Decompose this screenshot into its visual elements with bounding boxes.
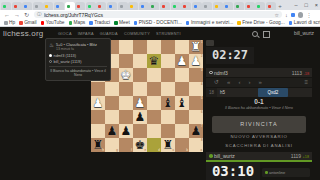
window-controls: – □ × bbox=[294, 0, 318, 9]
piece-white-pawn[interactable]: ♟ bbox=[175, 54, 189, 68]
square-h6[interactable] bbox=[91, 110, 105, 124]
coord-file-f: f bbox=[131, 149, 132, 152]
coord-rank-8: 8 bbox=[201, 139, 203, 142]
first-move-icon[interactable]: « bbox=[227, 78, 230, 87]
square-f1[interactable] bbox=[119, 40, 133, 54]
move-number: 18 bbox=[206, 88, 217, 97]
square-g7[interactable]: ♟ bbox=[105, 124, 119, 138]
tab-favicon bbox=[88, 5, 91, 8]
site-info-icon[interactable]: ⓘ bbox=[37, 12, 42, 17]
white-move[interactable]: h5 bbox=[220, 88, 225, 97]
game-type-label: 5+0 • Classificata • Blitz bbox=[56, 42, 97, 47]
url-bar[interactable]: ⓘ lichess.org/JuhrT7RqYGcs ☆ bbox=[34, 11, 282, 18]
square-a8[interactable]: a8 bbox=[189, 138, 203, 152]
browser-tab[interactable] bbox=[223, 2, 233, 10]
bookmarks-bar: HpGmailYouTubeMapsTraduciMeetPNSD - DOCE… bbox=[0, 20, 320, 28]
square-a6[interactable]: 6 bbox=[189, 110, 203, 124]
tab-favicon bbox=[35, 5, 38, 8]
browser-tab[interactable] bbox=[1, 2, 11, 10]
square-g8[interactable]: g bbox=[105, 138, 119, 152]
bookmark-item[interactable]: PNSD - DOCENTI... bbox=[134, 20, 182, 25]
tab-favicon bbox=[247, 5, 250, 8]
bookmark-label: Traduci bbox=[94, 20, 110, 25]
prev-move-icon[interactable]: ‹ bbox=[238, 78, 240, 87]
square-a7[interactable]: ♟7 bbox=[189, 124, 203, 138]
square-a3[interactable]: 3 bbox=[189, 68, 203, 82]
tab-favicon bbox=[173, 5, 176, 8]
square-c6[interactable] bbox=[161, 110, 175, 124]
player-bar[interactable]: bill_wurtz 1119 +18 bbox=[206, 152, 312, 160]
bookmark-item[interactable]: Maps bbox=[69, 20, 86, 25]
piece-black-pawn[interactable]: ♟ bbox=[119, 124, 133, 138]
move-navigation: ↺ « ‹ › » ≡ bbox=[206, 78, 312, 87]
bookmark-label: PNSD - DOCENTI... bbox=[139, 20, 182, 25]
browser-tab[interactable] bbox=[107, 2, 117, 10]
coord-rank-3: 3 bbox=[201, 69, 203, 72]
piece-white-pawn[interactable]: ♟ bbox=[91, 96, 105, 110]
square-d3[interactable] bbox=[147, 68, 161, 82]
bookmark-label: Free Drive - Goog... bbox=[242, 20, 284, 25]
player-clock: 03:10 bbox=[206, 162, 260, 180]
square-d4[interactable] bbox=[147, 82, 161, 96]
browser-tab[interactable] bbox=[192, 2, 202, 10]
piece-black-queen[interactable]: ♛ bbox=[147, 54, 161, 68]
game-info-popup: ♨ 5+0 • Classificata • Blitz 13 minuti f… bbox=[45, 38, 111, 81]
square-a4[interactable]: 4 bbox=[189, 82, 203, 96]
game-status-text: Il Bianco ha abbandonato • Vince il Nero bbox=[206, 106, 312, 110]
tab-favicon bbox=[109, 5, 112, 8]
analysis-board-button[interactable]: SCACCHIERA DI ANALISI bbox=[216, 143, 302, 148]
square-d6[interactable] bbox=[147, 110, 161, 124]
menu-item-community[interactable]: COMMUNITY bbox=[124, 32, 150, 36]
bookmark-favicon bbox=[114, 21, 118, 25]
browser-tab[interactable] bbox=[266, 2, 276, 10]
game-result: 0-1 bbox=[206, 98, 312, 105]
coord-rank-7: 7 bbox=[201, 125, 203, 128]
forward-icon[interactable]: → bbox=[14, 12, 20, 18]
square-c4[interactable] bbox=[161, 82, 175, 96]
bookmark-item[interactable]: Meet bbox=[114, 20, 130, 25]
square-c5[interactable]: ♝ bbox=[161, 96, 175, 110]
square-c1[interactable] bbox=[161, 40, 175, 54]
download-icon[interactable]: ↓ bbox=[285, 12, 288, 18]
flip-board-icon[interactable]: ↺ bbox=[214, 78, 219, 87]
black-player-label: bill_wurtz (1119) bbox=[54, 59, 82, 64]
popup-white-player: ndmf3 (1113) bbox=[49, 53, 107, 58]
square-b6[interactable] bbox=[175, 110, 189, 124]
square-g5[interactable] bbox=[105, 96, 119, 110]
chrome-menu-icon[interactable]: ⋮ bbox=[306, 12, 312, 18]
player-rating-diff: +18 bbox=[303, 155, 309, 159]
browser-tab[interactable] bbox=[96, 2, 106, 10]
bookmark-star-icon[interactable]: ☆ bbox=[275, 12, 279, 18]
square-c3[interactable] bbox=[161, 68, 175, 82]
tab-favicon bbox=[151, 5, 154, 8]
square-e7[interactable] bbox=[133, 124, 147, 138]
browser-tab[interactable] bbox=[139, 2, 149, 10]
opponent-rating: 1113 bbox=[292, 70, 302, 76]
url-text[interactable]: lichess.org/JuhrT7RqYGcs bbox=[44, 12, 275, 18]
back-icon[interactable]: ← bbox=[4, 12, 10, 18]
square-g6[interactable] bbox=[105, 110, 119, 124]
square-c7[interactable] bbox=[161, 124, 175, 138]
bookmark-item[interactable]: Gmail bbox=[19, 20, 37, 25]
piece-black-bishop[interactable]: ♝ bbox=[175, 96, 189, 110]
piece-black-pawn[interactable]: ♟ bbox=[133, 110, 147, 124]
lichess-logo[interactable]: lichess.org bbox=[3, 29, 43, 38]
bookmark-favicon bbox=[69, 21, 73, 25]
browser-tab[interactable] bbox=[245, 2, 255, 10]
bookmark-label: Hp bbox=[9, 20, 15, 25]
tab-favicon bbox=[257, 5, 260, 8]
browser-tab[interactable] bbox=[149, 2, 159, 10]
tab-favicon bbox=[45, 5, 48, 8]
bookmark-item[interactable]: Hp bbox=[4, 20, 15, 25]
square-f7[interactable]: ♟ bbox=[119, 124, 133, 138]
square-e5[interactable]: ♟ bbox=[133, 96, 147, 110]
tab-strip: + bbox=[0, 0, 320, 10]
tab-favicon bbox=[225, 5, 228, 8]
tab-favicon bbox=[3, 5, 6, 8]
tab-favicon bbox=[67, 5, 70, 8]
square-e8[interactable]: ♚e bbox=[133, 138, 147, 152]
piece-black-pawn[interactable]: ♟ bbox=[105, 124, 119, 138]
tab-favicon bbox=[141, 5, 144, 8]
tab-favicon bbox=[268, 5, 271, 8]
square-d1[interactable] bbox=[147, 40, 161, 54]
square-b2[interactable]: ♟ bbox=[175, 54, 189, 68]
game-meta-icon bbox=[206, 40, 214, 46]
square-d5[interactable] bbox=[147, 96, 161, 110]
tab-favicon bbox=[120, 5, 123, 8]
new-opponent-button[interactable]: NUOVO AVVERSARIO bbox=[216, 134, 302, 139]
coord-rank-2: 2 bbox=[201, 55, 203, 58]
browser-tab[interactable] bbox=[234, 2, 244, 10]
square-f4[interactable] bbox=[119, 82, 133, 96]
coord-file-b: b bbox=[186, 149, 188, 152]
address-bar-row: ← → ↻ ⓘ lichess.org/JuhrT7RqYGcs ☆ ↓ ⋮ bbox=[0, 10, 320, 20]
move-list-row: 18 h5 Qxd2 bbox=[206, 88, 312, 97]
browser-tab[interactable] bbox=[160, 2, 170, 10]
tab-favicon bbox=[24, 5, 27, 8]
square-a5[interactable]: 5 bbox=[189, 96, 203, 110]
opponent-rating-diff: -18 bbox=[304, 72, 310, 76]
square-e4[interactable] bbox=[133, 82, 147, 96]
piece-white-pawn[interactable]: ♟ bbox=[133, 96, 147, 110]
bookmark-label: Lavori di scrittur... bbox=[294, 20, 320, 25]
lichess-page: lichess.org GIOCAIMPARAGUARDACOMMUNITYST… bbox=[0, 27, 320, 180]
tab-favicon bbox=[14, 5, 17, 8]
maximize-button[interactable]: □ bbox=[304, 2, 307, 8]
main-menu: GIOCAIMPARAGUARDACOMMUNITYSTRUMENTI bbox=[58, 32, 181, 36]
coord-rank-4: 4 bbox=[201, 83, 203, 86]
last-move-icon[interactable]: » bbox=[258, 78, 261, 87]
bookmark-label: YouTube bbox=[46, 20, 65, 25]
browser-tab[interactable] bbox=[181, 2, 191, 10]
piece-black-bishop[interactable]: ♝ bbox=[161, 96, 175, 110]
browser-tab[interactable] bbox=[255, 2, 265, 10]
square-b5[interactable]: ♝ bbox=[175, 96, 189, 110]
coord-file-e: e bbox=[144, 149, 146, 152]
browser-tab[interactable] bbox=[213, 2, 223, 10]
white-player-label: ndmf3 (1113) bbox=[54, 53, 77, 58]
search-icon[interactable] bbox=[252, 31, 258, 37]
opponent-player-bar[interactable]: ndmf3 1113 -18 bbox=[206, 68, 312, 77]
square-g4[interactable] bbox=[105, 82, 119, 96]
square-h5[interactable]: ♟ bbox=[91, 96, 105, 110]
bookmark-item[interactable]: Traduci bbox=[89, 20, 110, 25]
popup-black-player: bill_wurtz (1119) bbox=[49, 59, 107, 64]
game-time-ago: 13 minuti fa bbox=[56, 47, 97, 51]
piece-white-king[interactable]: ♚ bbox=[119, 68, 133, 82]
player-name[interactable]: bill_wurtz bbox=[214, 153, 235, 159]
browser-tab[interactable] bbox=[12, 2, 22, 10]
bookmark-label: Maps bbox=[74, 20, 86, 25]
bookmark-label: Immagini e servizi... bbox=[191, 20, 233, 25]
square-h4[interactable] bbox=[91, 82, 105, 96]
browser-chrome: + – □ × ← → ↻ ⓘ lichess.org/JuhrT7RqYGcs… bbox=[0, 0, 320, 27]
bookmark-item[interactable]: YouTube bbox=[41, 20, 65, 25]
browser-tab[interactable] bbox=[86, 2, 96, 10]
browser-tab[interactable] bbox=[118, 2, 128, 10]
bookmark-favicon bbox=[89, 21, 93, 25]
opponent-color-icon bbox=[209, 71, 213, 75]
browser-tab[interactable] bbox=[171, 2, 181, 10]
spectator-online-icon bbox=[265, 171, 268, 174]
square-h7[interactable] bbox=[91, 124, 105, 138]
bookmark-item[interactable]: Immagini e servizi... bbox=[186, 20, 233, 25]
blitz-flame-icon: ♨ bbox=[49, 42, 54, 48]
bookmark-item[interactable]: Lavori di scrittur... bbox=[289, 20, 320, 25]
square-f3[interactable]: ♚ bbox=[119, 68, 133, 82]
square-b4[interactable] bbox=[175, 82, 189, 96]
popup-result-text: Il Bianco ha abbandonato • Vince il Nero bbox=[49, 69, 107, 78]
square-f6[interactable] bbox=[119, 110, 133, 124]
square-f8[interactable]: f bbox=[119, 138, 133, 152]
bookmark-favicon bbox=[289, 21, 293, 25]
coord-rank-6: 6 bbox=[201, 111, 203, 114]
menu-item-strumenti[interactable]: STRUMENTI bbox=[156, 32, 181, 36]
tab-favicon bbox=[162, 5, 165, 8]
square-e2[interactable] bbox=[133, 54, 147, 68]
next-move-icon[interactable]: › bbox=[248, 78, 250, 87]
bookmark-item[interactable]: Free Drive - Goog... bbox=[237, 20, 284, 25]
black-move-current[interactable]: Qxd2 bbox=[258, 88, 288, 97]
bookmark-label: Gmail bbox=[24, 20, 37, 25]
bookmark-label: Meet bbox=[119, 20, 130, 25]
rematch-button[interactable]: RIVINCITA bbox=[212, 116, 306, 133]
menu-item-gioca[interactable]: GIOCA bbox=[58, 32, 72, 36]
bookmark-favicon bbox=[4, 21, 8, 25]
square-e3[interactable] bbox=[133, 68, 147, 82]
bookmark-favicon bbox=[237, 21, 241, 25]
reload-icon[interactable]: ↻ bbox=[24, 11, 29, 18]
browser-tab[interactable] bbox=[33, 2, 43, 10]
tab-favicon bbox=[236, 5, 239, 8]
browser-tab[interactable] bbox=[202, 2, 212, 10]
online-dot-icon bbox=[209, 154, 213, 158]
square-b1[interactable] bbox=[175, 40, 189, 54]
coord-file-h: h bbox=[102, 149, 104, 152]
tab-favicon bbox=[130, 5, 133, 8]
opponent-clock: 02:27 bbox=[206, 47, 254, 64]
menu-item-guarda[interactable]: GUARDA bbox=[100, 32, 118, 36]
tab-favicon bbox=[183, 5, 186, 8]
square-b7[interactable] bbox=[175, 124, 189, 138]
bookmark-favicon bbox=[19, 21, 23, 25]
square-c2[interactable] bbox=[161, 54, 175, 68]
profile-avatar[interactable] bbox=[298, 12, 304, 18]
menu-item-impara[interactable]: IMPARA bbox=[78, 32, 94, 36]
spectator-name: antonline bbox=[269, 170, 285, 175]
browser-tab[interactable] bbox=[54, 2, 64, 10]
square-b8[interactable]: b bbox=[175, 138, 189, 152]
logged-in-username[interactable]: bill_wurtz bbox=[294, 31, 314, 36]
tab-favicon bbox=[56, 5, 59, 8]
extension-icon[interactable] bbox=[291, 13, 295, 17]
browser-tab[interactable] bbox=[128, 2, 138, 10]
minimize-button[interactable]: – bbox=[294, 2, 297, 8]
browser-tab[interactable] bbox=[22, 2, 32, 10]
player-rating: 1119 bbox=[291, 153, 301, 159]
coord-file-d: d bbox=[158, 149, 160, 152]
browser-tab[interactable] bbox=[75, 2, 85, 10]
coord-file-g: g bbox=[116, 149, 118, 152]
bookmark-favicon bbox=[41, 21, 45, 25]
coord-rank-5: 5 bbox=[201, 97, 203, 100]
square-d7[interactable] bbox=[147, 124, 161, 138]
tab-favicon bbox=[204, 5, 207, 8]
coord-rank-1: 1 bbox=[201, 41, 203, 44]
square-a2[interactable]: ♟2 bbox=[189, 54, 203, 68]
spectator-box[interactable]: antonline bbox=[262, 168, 310, 177]
analysis-menu-icon[interactable]: ≡ bbox=[304, 78, 308, 87]
tab-favicon bbox=[215, 5, 218, 8]
coord-file-a: a bbox=[200, 149, 202, 152]
square-f5[interactable] bbox=[119, 96, 133, 110]
browser-tab[interactable] bbox=[43, 2, 53, 10]
white-dot-icon bbox=[49, 54, 52, 57]
square-e6[interactable]: ♟ bbox=[133, 110, 147, 124]
square-a1[interactable]: ♜1 bbox=[189, 40, 203, 54]
square-d2[interactable]: ♛ bbox=[147, 54, 161, 68]
tab-favicon bbox=[194, 5, 197, 8]
opponent-name[interactable]: ndmf3 bbox=[214, 70, 228, 76]
square-e1[interactable] bbox=[133, 40, 147, 54]
tab-favicon bbox=[77, 5, 80, 8]
bookmark-favicon bbox=[134, 21, 138, 25]
fullscreen-icon[interactable] bbox=[263, 31, 270, 38]
square-c8[interactable]: ♜c bbox=[161, 138, 175, 152]
square-d8[interactable]: d bbox=[147, 138, 161, 152]
square-b3[interactable] bbox=[175, 68, 189, 82]
tab-favicon bbox=[98, 5, 101, 8]
bookmark-favicon bbox=[186, 21, 190, 25]
popup-divider bbox=[49, 66, 107, 67]
browser-tab[interactable] bbox=[65, 2, 75, 10]
black-dot-icon bbox=[49, 60, 52, 63]
square-f2[interactable] bbox=[119, 54, 133, 68]
coord-file-c: c bbox=[172, 149, 174, 152]
close-button[interactable]: × bbox=[315, 2, 318, 8]
new-tab-button[interactable]: + bbox=[276, 3, 283, 10]
square-h8[interactable]: ♜h bbox=[91, 138, 105, 152]
